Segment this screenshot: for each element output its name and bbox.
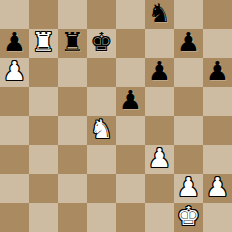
square-g3[interactable]	[174, 145, 203, 174]
square-e7[interactable]	[116, 29, 145, 58]
piece-black-pawn: ♟	[177, 28, 200, 57]
square-a1[interactable]	[0, 203, 29, 232]
square-e1[interactable]	[116, 203, 145, 232]
square-b1[interactable]	[29, 203, 58, 232]
square-a6[interactable]: ♟	[0, 58, 29, 87]
square-h6[interactable]: ♟	[203, 58, 232, 87]
piece-white-knight: ♞	[90, 115, 113, 144]
square-b5[interactable]	[29, 87, 58, 116]
square-c5[interactable]	[58, 87, 87, 116]
square-a8[interactable]	[0, 0, 29, 29]
square-e4[interactable]	[116, 116, 145, 145]
square-f3[interactable]: ♟	[145, 145, 174, 174]
square-b8[interactable]	[29, 0, 58, 29]
square-d5[interactable]	[87, 87, 116, 116]
piece-white-pawn: ♟	[148, 144, 171, 173]
square-b3[interactable]	[29, 145, 58, 174]
square-b2[interactable]	[29, 174, 58, 203]
square-e2[interactable]	[116, 174, 145, 203]
square-f2[interactable]	[145, 174, 174, 203]
square-g6[interactable]	[174, 58, 203, 87]
square-g7[interactable]: ♟	[174, 29, 203, 58]
square-f8[interactable]: ♞	[145, 0, 174, 29]
square-h5[interactable]	[203, 87, 232, 116]
square-c3[interactable]	[58, 145, 87, 174]
square-c6[interactable]	[58, 58, 87, 87]
square-g4[interactable]	[174, 116, 203, 145]
square-h3[interactable]	[203, 145, 232, 174]
square-h2[interactable]: ♟	[203, 174, 232, 203]
square-a2[interactable]	[0, 174, 29, 203]
piece-white-pawn: ♟	[206, 173, 229, 202]
square-e3[interactable]	[116, 145, 145, 174]
square-e8[interactable]	[116, 0, 145, 29]
square-f5[interactable]	[145, 87, 174, 116]
piece-black-rook: ♜	[61, 28, 84, 57]
square-a7[interactable]: ♟	[0, 29, 29, 58]
square-g1[interactable]: ♚	[174, 203, 203, 232]
square-c1[interactable]	[58, 203, 87, 232]
square-a5[interactable]	[0, 87, 29, 116]
square-f1[interactable]	[145, 203, 174, 232]
square-d1[interactable]	[87, 203, 116, 232]
square-b7[interactable]: ♜	[29, 29, 58, 58]
square-h4[interactable]	[203, 116, 232, 145]
square-a3[interactable]	[0, 145, 29, 174]
piece-black-king: ♚	[90, 28, 113, 57]
square-c2[interactable]	[58, 174, 87, 203]
square-b4[interactable]	[29, 116, 58, 145]
square-e5[interactable]: ♟	[116, 87, 145, 116]
square-f4[interactable]	[145, 116, 174, 145]
square-b6[interactable]	[29, 58, 58, 87]
square-d7[interactable]: ♚	[87, 29, 116, 58]
square-d4[interactable]: ♞	[87, 116, 116, 145]
square-d3[interactable]	[87, 145, 116, 174]
piece-white-rook: ♜	[32, 28, 55, 57]
square-c8[interactable]	[58, 0, 87, 29]
square-h7[interactable]	[203, 29, 232, 58]
piece-black-pawn: ♟	[148, 57, 171, 86]
square-h1[interactable]	[203, 203, 232, 232]
square-h8[interactable]	[203, 0, 232, 29]
square-e6[interactable]	[116, 58, 145, 87]
piece-black-pawn: ♟	[206, 57, 229, 86]
square-g8[interactable]	[174, 0, 203, 29]
chess-board: ♞♟♜♜♚♟♟♟♟♟♞♟♟♟♚	[0, 0, 232, 232]
piece-white-pawn: ♟	[3, 57, 26, 86]
piece-black-pawn: ♟	[3, 28, 26, 57]
square-d2[interactable]	[87, 174, 116, 203]
square-a4[interactable]	[0, 116, 29, 145]
piece-black-pawn: ♟	[119, 86, 142, 115]
piece-white-pawn: ♟	[177, 173, 200, 202]
square-f6[interactable]: ♟	[145, 58, 174, 87]
square-g2[interactable]: ♟	[174, 174, 203, 203]
piece-white-king: ♚	[177, 202, 200, 231]
square-f7[interactable]	[145, 29, 174, 58]
piece-black-knight: ♞	[148, 0, 171, 28]
square-d8[interactable]	[87, 0, 116, 29]
square-d6[interactable]	[87, 58, 116, 87]
square-c4[interactable]	[58, 116, 87, 145]
square-g5[interactable]	[174, 87, 203, 116]
square-c7[interactable]: ♜	[58, 29, 87, 58]
